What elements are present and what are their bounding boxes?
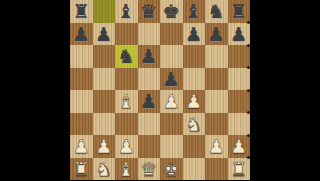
square-g1[interactable]: [205, 158, 228, 181]
square-d4[interactable]: ♟: [138, 90, 161, 113]
black-rook[interactable]: ♜: [230, 0, 247, 23]
black-pawn[interactable]: ♟: [230, 23, 247, 46]
white-rook[interactable]: ♜: [230, 158, 247, 181]
black-king[interactable]: ♚: [163, 0, 180, 23]
white-knight[interactable]: ♞: [95, 158, 112, 181]
white-bishop[interactable]: ♝: [118, 158, 135, 181]
black-pawn[interactable]: ♟: [95, 23, 112, 46]
square-h2[interactable]: ♟: [228, 135, 251, 158]
square-e1[interactable]: ♚: [160, 158, 183, 181]
chess-app-stage: ♜♝♛♚♝♞♜♟♟♟♟♟♞♟♟♝♟♟♟♞♟♟♟♟♟♜♞♝♛♚♜: [0, 0, 320, 180]
square-f8[interactable]: ♝: [183, 0, 206, 23]
white-pawn[interactable]: ♟: [95, 135, 112, 158]
square-f1[interactable]: [183, 158, 206, 181]
square-e7[interactable]: [160, 23, 183, 46]
square-e5[interactable]: ♟: [160, 68, 183, 91]
black-pawn[interactable]: ♟: [185, 23, 202, 46]
square-d8[interactable]: ♛: [138, 0, 161, 23]
square-c7[interactable]: [115, 23, 138, 46]
square-d2[interactable]: [138, 135, 161, 158]
square-h3[interactable]: [228, 113, 251, 136]
square-b6[interactable]: [93, 45, 116, 68]
white-pawn[interactable]: ♟: [230, 135, 247, 158]
black-pawn[interactable]: ♟: [140, 45, 157, 68]
square-a5[interactable]: [70, 68, 93, 91]
square-e2[interactable]: [160, 135, 183, 158]
square-d1[interactable]: ♛: [138, 158, 161, 181]
square-g8[interactable]: ♞: [205, 0, 228, 23]
square-a6[interactable]: [70, 45, 93, 68]
square-c4[interactable]: ♝: [115, 90, 138, 113]
square-b3[interactable]: [93, 113, 116, 136]
square-f4[interactable]: ♟: [183, 90, 206, 113]
black-pawn[interactable]: ♟: [140, 90, 157, 113]
white-knight[interactable]: ♞: [185, 113, 202, 136]
square-e4[interactable]: ♟: [160, 90, 183, 113]
square-e6[interactable]: [160, 45, 183, 68]
letterbox-left: [0, 0, 70, 180]
square-h8[interactable]: ♜: [228, 0, 251, 23]
square-g7[interactable]: ♟: [205, 23, 228, 46]
square-h7[interactable]: ♟: [228, 23, 251, 46]
square-e8[interactable]: ♚: [160, 0, 183, 23]
white-king[interactable]: ♚: [163, 158, 180, 181]
white-rook[interactable]: ♜: [73, 158, 90, 181]
square-d3[interactable]: [138, 113, 161, 136]
square-g6[interactable]: [205, 45, 228, 68]
square-b7[interactable]: ♟: [93, 23, 116, 46]
square-d6[interactable]: ♟: [138, 45, 161, 68]
black-pawn[interactable]: ♟: [73, 23, 90, 46]
square-c1[interactable]: ♝: [115, 158, 138, 181]
square-a3[interactable]: [70, 113, 93, 136]
black-rook[interactable]: ♜: [73, 0, 90, 23]
square-a7[interactable]: ♟: [70, 23, 93, 46]
white-queen[interactable]: ♛: [140, 158, 157, 181]
square-h4[interactable]: [228, 90, 251, 113]
square-f5[interactable]: [183, 68, 206, 91]
square-g2[interactable]: ♟: [205, 135, 228, 158]
square-f3[interactable]: ♞: [183, 113, 206, 136]
white-bishop[interactable]: ♝: [118, 90, 135, 113]
white-pawn[interactable]: ♟: [208, 135, 225, 158]
square-e3[interactable]: [160, 113, 183, 136]
white-pawn[interactable]: ♟: [185, 90, 202, 113]
white-pawn[interactable]: ♟: [163, 90, 180, 113]
square-c8[interactable]: ♝: [115, 0, 138, 23]
square-d5[interactable]: [138, 68, 161, 91]
square-b8[interactable]: [93, 0, 116, 23]
square-b5[interactable]: [93, 68, 116, 91]
square-g4[interactable]: [205, 90, 228, 113]
square-b4[interactable]: [93, 90, 116, 113]
square-c3[interactable]: [115, 113, 138, 136]
black-bishop[interactable]: ♝: [118, 0, 135, 23]
square-h6[interactable]: [228, 45, 251, 68]
black-knight[interactable]: ♞: [208, 0, 225, 23]
square-b2[interactable]: ♟: [93, 135, 116, 158]
square-c2[interactable]: ♟: [115, 135, 138, 158]
square-a2[interactable]: ♟: [70, 135, 93, 158]
white-pawn[interactable]: ♟: [73, 135, 90, 158]
square-a8[interactable]: ♜: [70, 0, 93, 23]
square-h5[interactable]: [228, 68, 251, 91]
chess-board: ♜♝♛♚♝♞♜♟♟♟♟♟♞♟♟♝♟♟♟♞♟♟♟♟♟♜♞♝♛♚♜: [70, 0, 250, 180]
black-queen[interactable]: ♛: [140, 0, 157, 23]
square-b1[interactable]: ♞: [93, 158, 116, 181]
square-d7[interactable]: [138, 23, 161, 46]
square-c6[interactable]: ♞: [115, 45, 138, 68]
square-f6[interactable]: [183, 45, 206, 68]
square-g3[interactable]: [205, 113, 228, 136]
square-a1[interactable]: ♜: [70, 158, 93, 181]
square-f2[interactable]: [183, 135, 206, 158]
black-bishop[interactable]: ♝: [185, 0, 202, 23]
black-pawn[interactable]: ♟: [163, 68, 180, 91]
letterbox-right: [250, 0, 320, 180]
square-c5[interactable]: [115, 68, 138, 91]
black-knight[interactable]: ♞: [118, 45, 135, 68]
square-g5[interactable]: [205, 68, 228, 91]
square-a4[interactable]: [70, 90, 93, 113]
square-h1[interactable]: ♜: [228, 158, 251, 181]
white-pawn[interactable]: ♟: [118, 135, 135, 158]
square-f7[interactable]: ♟: [183, 23, 206, 46]
black-pawn[interactable]: ♟: [208, 23, 225, 46]
